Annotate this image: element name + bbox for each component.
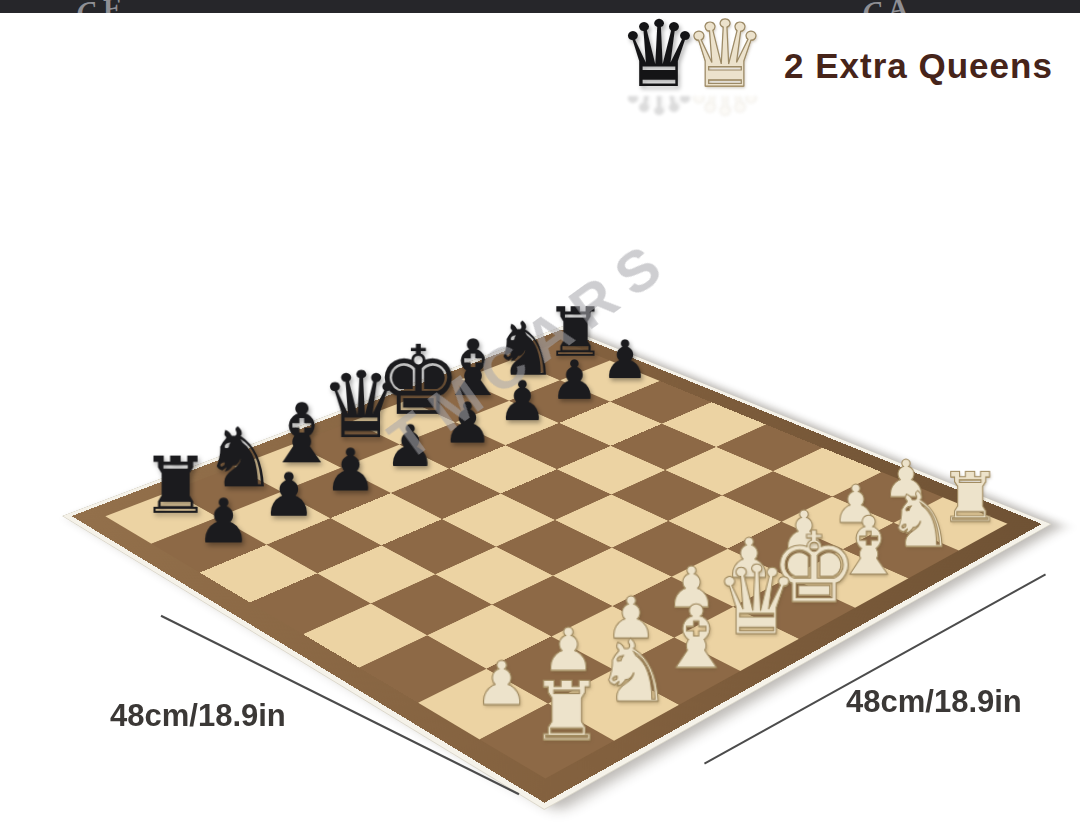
strip-watermark-left: CF <box>73 0 130 13</box>
white-queen-reflection: ♛ <box>684 96 766 126</box>
strip-watermark-right: CA <box>859 0 916 13</box>
extra-black-queen: ♛ ♛ <box>626 8 692 126</box>
black-rook-icon: ♜ <box>471 298 679 366</box>
white-queen-icon: ♛ <box>684 8 766 100</box>
square-e3 <box>612 521 728 577</box>
extra-white-queen: ♛ ♛ <box>692 8 758 126</box>
product-photo-page: CF CA ♛ ♛ ♛ ♛ 2 Extra Queens ♜♞♝♛♚♝♞♜♟♟♟… <box>0 0 1080 838</box>
dimension-label-left: 48cm/18.9in <box>110 698 286 734</box>
dimension-label-right: 48cm/18.9in <box>846 684 1022 720</box>
extra-queens-label: 2 Extra Queens <box>784 46 1053 126</box>
chess-board-scene: ♜♞♝♛♚♝♞♜♟♟♟♟♟♟♟♟♟♟♟♟♟♟♟♟♜♞♝♛♚♝♞♜ <box>62 326 1052 810</box>
extra-queens-header: ♛ ♛ ♛ ♛ 2 Extra Queens <box>626 8 1053 126</box>
square-b7: ♟ <box>218 492 330 545</box>
top-watermark-strip: CF CA <box>0 0 1080 13</box>
square-d4 <box>496 520 611 575</box>
board-outer-edge: ♜♞♝♛♚♝♞♜♟♟♟♟♟♟♟♟♟♟♟♟♟♟♟♟♜♞♝♛♚♝♞♜ <box>62 326 1052 810</box>
